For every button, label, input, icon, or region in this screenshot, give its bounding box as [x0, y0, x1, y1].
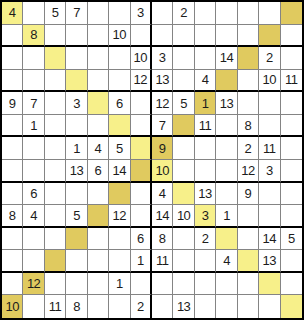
grid-cell[interactable]: 10: [173, 205, 194, 228]
grid-cell[interactable]: [2, 137, 23, 160]
grid-cell[interactable]: [66, 228, 87, 251]
cell-value: 11: [49, 300, 62, 313]
cell-value: 10: [134, 51, 147, 64]
cell-value: 5: [116, 142, 123, 155]
grid-cell[interactable]: 6: [131, 228, 152, 251]
grid-cell[interactable]: [216, 137, 237, 160]
grid-cell[interactable]: [173, 273, 194, 296]
grid-cell[interactable]: [195, 160, 216, 183]
cell-value: 8: [30, 28, 37, 41]
grid-cell[interactable]: 10: [259, 70, 280, 93]
cell-value: 1: [137, 254, 144, 267]
cell-value: 4: [223, 254, 230, 267]
grid-cell[interactable]: 6: [109, 92, 130, 115]
grid-cell[interactable]: [238, 205, 259, 228]
grid-cell[interactable]: 9: [2, 92, 23, 115]
grid-cell[interactable]: [109, 183, 130, 206]
grid-cell[interactable]: [23, 137, 44, 160]
grid-cell[interactable]: [216, 70, 237, 93]
cell-value: 13: [70, 164, 83, 177]
cell-value: 1: [30, 119, 37, 132]
cell-value: 5: [73, 209, 80, 222]
cell-value: 10: [5, 300, 18, 313]
grid-cell[interactable]: [45, 250, 66, 273]
cell-value: 8: [73, 300, 80, 313]
cell-value: 5: [180, 97, 187, 110]
grid-cell[interactable]: [173, 137, 194, 160]
cell-value: 6: [95, 164, 102, 177]
grid-cell[interactable]: [259, 92, 280, 115]
grid-cell[interactable]: 13: [216, 92, 237, 115]
cell-value: 12: [27, 277, 40, 290]
grid-cell[interactable]: 11: [45, 295, 66, 318]
cell-value: 11: [199, 119, 212, 132]
grid-cell[interactable]: [152, 25, 173, 48]
grid-cell[interactable]: [173, 25, 194, 48]
grid-cell[interactable]: 3: [152, 47, 173, 70]
grid-cell[interactable]: [45, 183, 66, 206]
grid-cell[interactable]: [131, 92, 152, 115]
cell-value: 14: [155, 209, 168, 222]
grid-cell[interactable]: [45, 70, 66, 93]
cell-value: 13: [177, 300, 190, 313]
grid-cell[interactable]: [281, 92, 302, 115]
grid-cell[interactable]: 4: [23, 205, 44, 228]
grid-cell[interactable]: [238, 25, 259, 48]
grid-cell[interactable]: [45, 137, 66, 160]
grid-cell[interactable]: [88, 92, 109, 115]
grid-cell[interactable]: [216, 115, 237, 138]
grid-cell[interactable]: 14: [216, 47, 237, 70]
grid-cell[interactable]: 1: [66, 137, 87, 160]
cell-value: 6: [137, 232, 144, 245]
grid-cell[interactable]: [152, 295, 173, 318]
grid-cell[interactable]: [216, 160, 237, 183]
grid-cell[interactable]: 11: [259, 137, 280, 160]
cell-value: 9: [159, 142, 166, 155]
grid-cell[interactable]: [281, 25, 302, 48]
grid-cell[interactable]: [259, 183, 280, 206]
grid-cell[interactable]: [88, 228, 109, 251]
grid-cell[interactable]: [195, 250, 216, 273]
grid-cell[interactable]: 12: [152, 92, 173, 115]
grid-cell[interactable]: [238, 273, 259, 296]
grid-cell[interactable]: 5: [109, 137, 130, 160]
grid-cell[interactable]: [281, 250, 302, 273]
cell-value: 5: [52, 6, 59, 19]
cell-value: 4: [9, 6, 16, 19]
grid-cell[interactable]: [259, 2, 280, 25]
grid-cell[interactable]: 3: [195, 205, 216, 228]
grid-cell[interactable]: 11: [195, 115, 216, 138]
grid-cell[interactable]: [131, 137, 152, 160]
cell-value: 9: [9, 97, 16, 110]
grid-cell[interactable]: [259, 25, 280, 48]
cell-value: 10: [155, 164, 168, 177]
grid-cell[interactable]: [66, 70, 87, 93]
grid-cell[interactable]: [195, 295, 216, 318]
grid-cell[interactable]: [88, 25, 109, 48]
cell-value: 3: [202, 209, 209, 222]
grid-cell[interactable]: 13: [259, 250, 280, 273]
cell-value: 13: [198, 187, 211, 200]
cell-value: 10: [263, 73, 276, 86]
grid-cell[interactable]: [238, 70, 259, 93]
grid-cell[interactable]: [2, 115, 23, 138]
grid-cell[interactable]: [2, 47, 23, 70]
grid-cell[interactable]: 6: [88, 160, 109, 183]
grid-cell[interactable]: [195, 137, 216, 160]
grid-cell[interactable]: [109, 250, 130, 273]
grid-cell[interactable]: [195, 273, 216, 296]
grid-cell[interactable]: [109, 295, 130, 318]
cell-value: 14: [263, 232, 276, 245]
grid-cell[interactable]: [152, 273, 173, 296]
cell-value: 3: [73, 97, 80, 110]
grid-cell[interactable]: [131, 115, 152, 138]
grid-cell[interactable]: 1: [131, 250, 152, 273]
cell-value: 7: [30, 97, 37, 110]
grid-cell[interactable]: 3: [259, 160, 280, 183]
grid-cell[interactable]: [173, 228, 194, 251]
grid-cell[interactable]: [195, 2, 216, 25]
cell-value: 4: [159, 187, 166, 200]
grid-cell[interactable]: [88, 183, 109, 206]
grid-cell[interactable]: [45, 273, 66, 296]
grid-cell[interactable]: [45, 47, 66, 70]
grid-cell[interactable]: 12: [238, 160, 259, 183]
cell-value: 12: [241, 164, 254, 177]
cell-value: 5: [288, 232, 295, 245]
grid-cell[interactable]: [66, 273, 87, 296]
grid-cell[interactable]: [238, 92, 259, 115]
grid-cell[interactable]: [2, 228, 23, 251]
grid-cell[interactable]: [281, 183, 302, 206]
grid-cell[interactable]: 2: [259, 47, 280, 70]
grid-cell[interactable]: 3: [131, 2, 152, 25]
cell-value: 2: [180, 6, 187, 19]
cell-value: 13: [155, 73, 168, 86]
grid-cell[interactable]: [88, 250, 109, 273]
grid-cell[interactable]: 13: [195, 183, 216, 206]
grid-cell[interactable]: 13: [152, 70, 173, 93]
grid-cell[interactable]: 5: [66, 205, 87, 228]
cell-value: 11: [285, 73, 298, 86]
grid-cell[interactable]: 1: [109, 273, 130, 296]
grid-cell[interactable]: 12: [109, 205, 130, 228]
grid-cell[interactable]: [88, 205, 109, 228]
grid-cell[interactable]: [23, 160, 44, 183]
grid-cell[interactable]: [173, 183, 194, 206]
grid-cell[interactable]: [109, 115, 130, 138]
grid-cell[interactable]: 4: [2, 2, 23, 25]
grid-cell[interactable]: [259, 295, 280, 318]
grid-cell[interactable]: [238, 47, 259, 70]
grid-cell[interactable]: [45, 228, 66, 251]
cell-value: 1: [223, 209, 230, 222]
grid-cell[interactable]: [281, 47, 302, 70]
grid-cell[interactable]: 4: [195, 70, 216, 93]
grid-cell[interactable]: [173, 250, 194, 273]
grid-cell[interactable]: [88, 2, 109, 25]
grid-cell[interactable]: [109, 2, 130, 25]
grid-cell[interactable]: 10: [109, 25, 130, 48]
grid-cell[interactable]: [45, 205, 66, 228]
grid-cell[interactable]: [66, 250, 87, 273]
grid-cell[interactable]: 5: [45, 2, 66, 25]
grid-cell[interactable]: 13: [66, 160, 87, 183]
grid-cell[interactable]: [281, 115, 302, 138]
grid-cell[interactable]: [23, 295, 44, 318]
grid-cell[interactable]: 9: [152, 137, 173, 160]
cell-value: 11: [263, 142, 276, 155]
grid-cell[interactable]: 12: [23, 273, 44, 296]
grid-cell[interactable]: 14: [259, 228, 280, 251]
grid-cell[interactable]: [2, 160, 23, 183]
grid-cell[interactable]: [216, 295, 237, 318]
grid-cell[interactable]: [23, 2, 44, 25]
grid-cell[interactable]: [88, 295, 109, 318]
sudoku-board: 4573281010314212134101197361251131711814…: [0, 0, 304, 320]
cell-value: 9: [245, 187, 252, 200]
grid-cell[interactable]: 5: [173, 92, 194, 115]
cell-value: 12: [155, 97, 168, 110]
grid-cell[interactable]: 12: [131, 70, 152, 93]
grid-cell[interactable]: [216, 25, 237, 48]
grid-cell[interactable]: 11: [281, 70, 302, 93]
grid-cell[interactable]: [23, 250, 44, 273]
cell-value: 8: [9, 209, 16, 222]
cell-value: 7: [159, 119, 166, 132]
cell-value: 6: [116, 97, 123, 110]
grid-cell[interactable]: [173, 70, 194, 93]
grid-cell[interactable]: 7: [66, 2, 87, 25]
cell-value: 13: [220, 97, 233, 110]
grid-cell[interactable]: 3: [66, 92, 87, 115]
grid-cell[interactable]: [88, 70, 109, 93]
cell-value: 2: [202, 232, 209, 245]
grid-cell[interactable]: 4: [88, 137, 109, 160]
grid-cell[interactable]: 10: [131, 47, 152, 70]
cell-value: 12: [134, 73, 147, 86]
grid-cell[interactable]: 9: [238, 183, 259, 206]
grid-cell[interactable]: [2, 25, 23, 48]
grid-cell[interactable]: 4: [152, 183, 173, 206]
grid-cell[interactable]: [131, 273, 152, 296]
grid-cell[interactable]: [2, 70, 23, 93]
grid-cell[interactable]: 13: [173, 295, 194, 318]
grid-cell[interactable]: [281, 295, 302, 318]
cell-value: 13: [263, 254, 276, 267]
cell-value: 3: [266, 164, 273, 177]
grid-cell[interactable]: [45, 92, 66, 115]
cell-value: 8: [245, 119, 252, 132]
grid-cell[interactable]: 5: [281, 228, 302, 251]
grid-cell[interactable]: [45, 25, 66, 48]
grid-cell[interactable]: 2: [131, 295, 152, 318]
grid-cell[interactable]: 11: [152, 250, 173, 273]
grid-cell[interactable]: [2, 183, 23, 206]
grid-cell[interactable]: 8: [152, 228, 173, 251]
cell-value: 11: [156, 254, 169, 267]
grid-cell[interactable]: [173, 115, 194, 138]
cell-value: 6: [30, 187, 37, 200]
grid-cell[interactable]: 8: [23, 25, 44, 48]
grid-cell[interactable]: [281, 205, 302, 228]
grid-cell[interactable]: [216, 273, 237, 296]
cell-value: 2: [266, 51, 273, 64]
grid-cell[interactable]: [88, 47, 109, 70]
grid-cell[interactable]: [131, 205, 152, 228]
grid-cell[interactable]: [66, 25, 87, 48]
grid-cell[interactable]: [131, 183, 152, 206]
grid-cell[interactable]: [238, 2, 259, 25]
grid-cell[interactable]: [88, 115, 109, 138]
grid-cell[interactable]: [216, 2, 237, 25]
grid-cell[interactable]: [45, 160, 66, 183]
cell-value: 14: [113, 164, 126, 177]
cell-value: 3: [137, 6, 144, 19]
grid-cell[interactable]: [281, 2, 302, 25]
cell-value: 14: [220, 51, 233, 64]
grid-cell[interactable]: [173, 160, 194, 183]
grid-cell[interactable]: 4: [216, 250, 237, 273]
grid-cell[interactable]: [152, 2, 173, 25]
grid-cell[interactable]: [109, 228, 130, 251]
grid-cell[interactable]: [173, 47, 194, 70]
grid-cell[interactable]: 1: [23, 115, 44, 138]
grid-cell[interactable]: [109, 47, 130, 70]
grid-cell[interactable]: [66, 47, 87, 70]
grid-cell[interactable]: [88, 273, 109, 296]
grid-cell[interactable]: 1: [216, 205, 237, 228]
grid-cell[interactable]: [195, 25, 216, 48]
grid-cell[interactable]: [259, 205, 280, 228]
grid-cell[interactable]: [216, 183, 237, 206]
grid-cell[interactable]: 1: [195, 92, 216, 115]
grid-cell[interactable]: 10: [2, 295, 23, 318]
grid-cell[interactable]: 14: [109, 160, 130, 183]
cell-value: 10: [113, 28, 126, 41]
grid-cell[interactable]: 10: [152, 160, 173, 183]
grid-cell[interactable]: [66, 115, 87, 138]
cell-value: 3: [159, 51, 166, 64]
grid-cell[interactable]: [23, 70, 44, 93]
grid-cell[interactable]: 8: [66, 295, 87, 318]
grid-cell[interactable]: [259, 115, 280, 138]
cell-value: 2: [245, 142, 252, 155]
cell-value: 4: [95, 142, 102, 155]
cell-value: 4: [30, 209, 37, 222]
grid-cell[interactable]: 2: [238, 137, 259, 160]
grid-cell[interactable]: 7: [152, 115, 173, 138]
grid-cell[interactable]: [2, 273, 23, 296]
grid-cell[interactable]: [216, 228, 237, 251]
grid-cell[interactable]: [109, 70, 130, 93]
grid-cell[interactable]: [23, 47, 44, 70]
cell-value: 1: [73, 142, 80, 155]
grid-cell[interactable]: [281, 137, 302, 160]
cell-value: 1: [116, 277, 123, 290]
grid-cell[interactable]: [238, 295, 259, 318]
grid-cell[interactable]: 2: [195, 228, 216, 251]
grid-cell[interactable]: [131, 25, 152, 48]
cell-value: 1: [202, 97, 209, 110]
cell-value: 10: [177, 209, 190, 222]
grid-cell[interactable]: 2: [173, 2, 194, 25]
grid-cell[interactable]: 14: [152, 205, 173, 228]
grid-cell[interactable]: [45, 115, 66, 138]
cell-value: 7: [73, 6, 80, 19]
grid-cell[interactable]: 8: [238, 115, 259, 138]
grid-cell[interactable]: [2, 250, 23, 273]
grid-cell[interactable]: [23, 228, 44, 251]
grid-cell[interactable]: [66, 183, 87, 206]
grid-cell[interactable]: 6: [23, 183, 44, 206]
grid-cell[interactable]: [281, 160, 302, 183]
grid-cell[interactable]: [259, 273, 280, 296]
grid-cell[interactable]: [131, 160, 152, 183]
cell-value: 8: [159, 232, 166, 245]
grid-cell[interactable]: [281, 273, 302, 296]
grid-cell[interactable]: [195, 47, 216, 70]
cell-value: 12: [113, 209, 126, 222]
cell-value: 2: [137, 300, 144, 313]
grid-cell[interactable]: [238, 250, 259, 273]
grid-cell[interactable]: [238, 228, 259, 251]
grid-cell[interactable]: 8: [2, 205, 23, 228]
cell-value: 4: [202, 73, 209, 86]
grid-cell[interactable]: 7: [23, 92, 44, 115]
